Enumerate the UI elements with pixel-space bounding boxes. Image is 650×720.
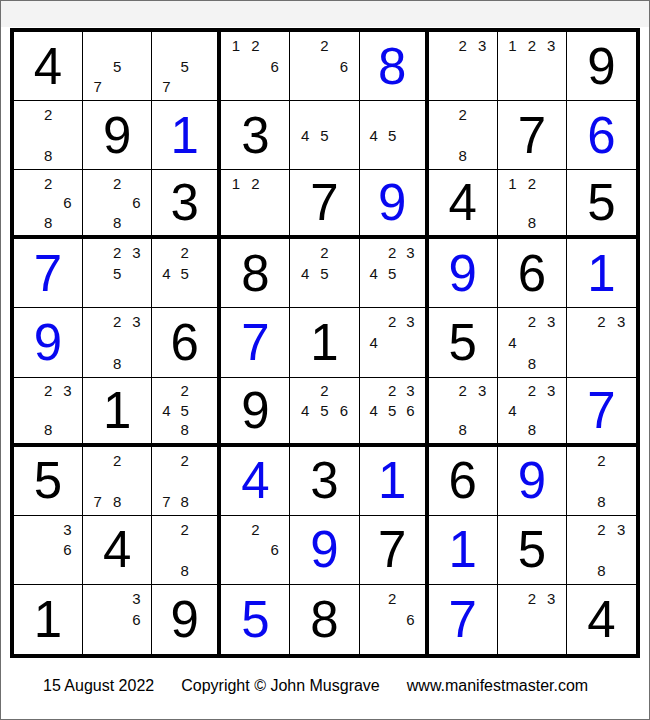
candidate-2: 2 [522,588,541,609]
candidates: 238 [429,378,497,443]
candidate-empty [334,242,353,263]
candidates: 278 [152,447,217,515]
given-digit: 7 [360,516,425,584]
candidate-7: 7 [88,76,107,97]
given-digit: 3 [152,170,217,235]
candidate-empty [157,420,175,440]
candidate-2: 2 [246,519,265,540]
candidate-empty [176,284,194,305]
candidate-empty [194,450,212,471]
candidate-empty [611,491,631,512]
given-digit: 6 [152,308,217,376]
candidate-empty [246,56,265,77]
candidate-empty [38,125,57,146]
candidate-3: 3 [127,311,146,332]
candidate-empty [592,332,612,353]
candidate-5: 5 [383,125,401,146]
candidate-5: 5 [107,263,126,284]
candidate-1: 1 [226,35,245,56]
candidate-1: 1 [503,35,522,56]
candidate-empty [365,588,383,609]
candidate-empty [88,470,107,491]
candidate-2: 2 [383,381,401,401]
candidate-8: 8 [592,560,612,581]
cell-r9c8: 23 [498,585,567,654]
solved-digit: 8 [360,32,425,100]
candidate-5: 5 [176,263,194,284]
candidate-8: 8 [453,420,472,440]
candidate-3: 3 [58,381,77,401]
candidates: 36 [83,585,151,654]
candidate-empty [365,420,383,440]
candidate-empty [88,213,107,233]
candidate-empty [295,381,314,401]
candidate-3: 3 [542,311,561,332]
candidate-empty [19,420,38,440]
candidate-6: 6 [58,539,77,560]
candidate-4: 4 [503,332,522,353]
cell-r4c8: 6 [498,239,567,308]
candidates: 36 [14,516,82,584]
candidate-empty [401,630,419,651]
candidate-empty [472,125,491,146]
cell-r6c6: 23456 [360,378,429,447]
candidate-3: 3 [542,35,561,56]
candidate-empty [295,35,314,56]
given-digit: 4 [429,170,497,235]
candidate-2: 2 [522,311,541,332]
cell-r8c6: 7 [360,516,429,585]
candidate-empty [19,400,38,420]
candidate-3: 3 [127,588,146,609]
candidate-6: 6 [334,56,353,77]
candidate-empty [265,519,284,540]
candidate-3: 3 [127,242,146,263]
candidate-empty [401,588,419,609]
candidate-empty [434,400,453,420]
candidate-empty [19,560,38,581]
cell-r7c8: 9 [498,447,567,516]
candidate-empty [453,125,472,146]
candidate-empty [265,193,284,213]
candidate-3: 3 [611,519,631,540]
candidate-empty [295,104,314,125]
candidate-empty [434,56,453,77]
candidates: 2348 [498,378,566,443]
candidate-empty [19,519,38,540]
candidate-4: 4 [157,400,175,420]
candidate-empty [401,263,419,284]
given-digit: 6 [429,447,497,515]
candidate-empty [434,381,453,401]
candidate-empty [19,125,38,146]
candidate-empty [246,560,265,581]
candidate-3: 3 [542,588,561,609]
candidates: 2345 [360,239,425,307]
solved-digit: 9 [429,239,497,307]
candidate-empty [88,242,107,263]
candidate-empty [365,381,383,401]
candidate-empty [88,35,107,56]
cell-r9c5: 8 [290,585,359,654]
cell-r3c6: 9 [360,170,429,239]
candidate-empty [194,381,212,401]
candidate-2: 2 [246,173,265,193]
candidates: 57 [152,32,217,100]
candidate-empty [127,450,146,471]
given-digit: 1 [83,378,151,443]
candidate-empty [157,284,175,305]
cell-r4c9: 1 [567,239,636,308]
candidate-empty [19,146,38,167]
candidate-6: 6 [334,400,353,420]
candidate-empty [522,332,541,353]
candidate-2: 2 [38,173,57,193]
solved-digit: 9 [498,447,566,515]
cell-r1c7: 23 [429,32,498,101]
solved-digit: 9 [360,170,425,235]
candidates: 238 [83,308,151,376]
candidate-empty [107,76,126,97]
candidate-2: 2 [383,242,401,263]
candidate-empty [542,56,561,77]
candidate-empty [295,420,314,440]
solved-digit: 1 [152,101,217,169]
cell-r9c3: 9 [152,585,221,654]
candidates: 23 [429,32,497,100]
given-digit: 9 [152,585,217,654]
cell-r5c1: 9 [14,308,83,377]
cell-r4c6: 2345 [360,239,429,308]
candidate-2: 2 [315,35,334,56]
given-digit: 7 [498,101,566,169]
candidate-empty [503,311,522,332]
cell-r6c9: 7 [567,378,636,447]
candidate-2: 2 [107,173,126,193]
cell-r3c9: 5 [567,170,636,239]
candidate-empty [58,146,77,167]
candidate-empty [572,450,592,471]
candidate-empty [157,242,175,263]
candidate-empty [226,539,245,560]
cell-r7c2: 278 [83,447,152,516]
candidate-empty [522,630,541,651]
cell-r6c7: 238 [429,378,498,447]
candidates: 26 [290,32,358,100]
candidate-3: 3 [401,381,419,401]
candidate-empty [38,560,57,581]
given-digit: 1 [14,585,82,654]
cell-r8c1: 36 [14,516,83,585]
candidate-empty [334,284,353,305]
candidate-8: 8 [522,420,541,440]
candidate-8: 8 [38,213,57,233]
candidate-empty [157,450,175,471]
candidate-4: 4 [365,263,383,284]
candidate-4: 4 [365,400,383,420]
candidate-empty [334,104,353,125]
candidate-empty [572,332,592,353]
cell-r5c7: 5 [429,308,498,377]
candidate-empty [334,263,353,284]
cell-r5c8: 2348 [498,308,567,377]
candidates: 123 [498,32,566,100]
candidate-2: 2 [176,381,194,401]
candidates: 268 [14,170,82,235]
cell-r9c2: 36 [83,585,152,654]
candidate-empty [107,470,126,491]
cell-r2c3: 1 [152,101,221,170]
candidate-empty [194,470,212,491]
candidate-empty [88,332,107,353]
candidate-empty [226,519,245,540]
cell-r8c9: 238 [567,516,636,585]
candidate-empty [542,420,561,440]
cell-r8c3: 28 [152,516,221,585]
candidate-empty [503,420,522,440]
candidate-empty [226,213,245,233]
page: 4575712626823123928913454528762682683127… [0,0,650,720]
candidate-empty [88,263,107,284]
candidate-empty [157,519,175,540]
candidate-empty [88,284,107,305]
candidate-empty [472,400,491,420]
candidate-empty [401,420,419,440]
candidate-4: 4 [295,400,314,420]
candidate-empty [107,193,126,213]
cell-r7c6: 1 [360,447,429,516]
candidate-empty [572,519,592,540]
candidate-empty [176,76,194,97]
candidate-5: 5 [383,263,401,284]
candidate-8: 8 [176,420,194,440]
candidate-empty [365,284,383,305]
footer-website: www.manifestmaster.com [407,677,588,695]
candidate-2: 2 [592,519,612,540]
cell-r4c2: 235 [83,239,152,308]
given-digit: 5 [14,447,82,515]
cell-r6c5: 2456 [290,378,359,447]
candidate-empty [246,193,265,213]
candidate-empty [19,193,38,213]
cell-r3c3: 3 [152,170,221,239]
candidate-1: 1 [503,173,522,193]
candidate-empty [38,519,57,540]
solved-digit: 4 [221,447,289,515]
candidate-empty [19,381,38,401]
candidate-empty [58,125,77,146]
candidate-empty [472,76,491,97]
candidate-empty [434,420,453,440]
candidate-5: 5 [315,125,334,146]
candidate-empty [572,560,592,581]
cell-r2c6: 45 [360,101,429,170]
candidate-empty [434,76,453,97]
candidate-empty [503,193,522,213]
cell-r9c9: 4 [567,585,636,654]
candidate-empty [295,242,314,263]
candidate-empty [592,539,612,560]
candidates: 45 [360,101,425,169]
candidate-empty [334,420,353,440]
candidate-2: 2 [176,519,194,540]
candidate-empty [315,420,334,440]
candidate-empty [434,125,453,146]
cell-r3c5: 7 [290,170,359,239]
given-digit: 1 [290,308,358,376]
candidate-empty [611,450,631,471]
candidates: 245 [290,239,358,307]
candidate-empty [107,609,126,630]
candidate-empty [246,76,265,97]
given-digit: 8 [221,239,289,307]
candidate-empty [176,470,194,491]
candidate-empty [88,609,107,630]
candidate-empty [157,381,175,401]
cell-r2c2: 9 [83,101,152,170]
candidate-2: 2 [522,173,541,193]
given-digit: 9 [83,101,151,169]
candidate-empty [58,173,77,193]
candidate-2: 2 [107,311,126,332]
candidate-5: 5 [107,56,126,77]
given-digit: 4 [14,32,82,100]
cell-r5c5: 1 [290,308,359,377]
candidate-empty [572,539,592,560]
solved-digit: 7 [429,585,497,654]
candidates: 28 [152,516,217,584]
given-digit: 5 [498,516,566,584]
candidate-empty [542,400,561,420]
candidate-empty [157,539,175,560]
given-digit: 7 [290,170,358,235]
candidate-3: 3 [472,35,491,56]
candidate-empty [611,539,631,560]
candidate-empty [157,56,175,77]
candidate-empty [401,146,419,167]
cell-r1c8: 123 [498,32,567,101]
cell-r5c4: 7 [221,308,290,377]
candidate-2: 2 [522,381,541,401]
cell-r1c4: 126 [221,32,290,101]
candidate-2: 2 [107,242,126,263]
cell-r4c1: 7 [14,239,83,308]
candidate-empty [58,560,77,581]
candidate-empty [38,193,57,213]
candidate-2: 2 [383,588,401,609]
candidate-2: 2 [453,104,472,125]
candidate-empty [127,491,146,512]
candidate-empty [611,560,631,581]
cell-r4c3: 245 [152,239,221,308]
candidate-empty [434,35,453,56]
cell-r2c5: 45 [290,101,359,170]
cell-r2c7: 28 [429,101,498,170]
candidate-empty [226,76,245,97]
cell-r1c5: 26 [290,32,359,101]
candidate-empty [503,381,522,401]
candidate-empty [472,104,491,125]
candidate-empty [401,332,419,353]
cell-r5c2: 238 [83,308,152,377]
cell-r9c7: 7 [429,585,498,654]
candidate-empty [592,470,612,491]
candidate-6: 6 [401,400,419,420]
candidates: 2348 [498,308,566,376]
solved-digit: 6 [567,101,636,169]
cell-r7c1: 5 [14,447,83,516]
cell-r6c8: 2348 [498,378,567,447]
candidate-empty [295,146,314,167]
candidates: 23 [567,308,636,376]
candidate-8: 8 [107,491,126,512]
candidate-empty [334,76,353,97]
candidate-empty [295,56,314,77]
candidate-empty [226,56,245,77]
candidate-empty [453,400,472,420]
candidate-5: 5 [383,400,401,420]
candidate-6: 6 [401,609,419,630]
candidate-empty [265,173,284,193]
candidate-7: 7 [157,76,175,97]
candidate-empty [503,353,522,374]
candidate-2: 2 [315,381,334,401]
candidate-6: 6 [265,539,284,560]
candidate-empty [194,35,212,56]
candidate-5: 5 [176,56,194,77]
candidate-5: 5 [315,400,334,420]
candidate-empty [542,193,561,213]
candidate-empty [127,213,146,233]
candidate-2: 2 [107,450,126,471]
candidates: 57 [83,32,151,100]
candidate-empty [383,353,401,374]
candidate-empty [522,193,541,213]
cell-r2c9: 6 [567,101,636,170]
candidate-8: 8 [107,353,126,374]
candidate-8: 8 [522,353,541,374]
cell-r1c3: 57 [152,32,221,101]
candidate-empty [503,56,522,77]
given-digit: 9 [567,32,636,100]
given-digit: 8 [290,585,358,654]
candidate-empty [176,539,194,560]
candidate-empty [194,242,212,263]
candidate-empty [472,146,491,167]
candidate-3: 3 [542,381,561,401]
candidate-empty [194,263,212,284]
candidates: 23456 [360,378,425,443]
cell-r2c4: 3 [221,101,290,170]
candidate-5: 5 [176,400,194,420]
candidate-empty [88,353,107,374]
candidate-empty [265,213,284,233]
candidates: 128 [498,170,566,235]
candidate-empty [88,173,107,193]
candidate-2: 2 [315,242,334,263]
candidate-empty [401,353,419,374]
cell-r5c3: 6 [152,308,221,377]
candidate-empty [611,470,631,491]
candidate-3: 3 [401,242,419,263]
candidate-empty [58,420,77,440]
candidate-empty [503,213,522,233]
candidate-2: 2 [453,35,472,56]
footer: 15 August 2022 Copyright © John Musgrave… [43,677,588,695]
cell-r7c7: 6 [429,447,498,516]
cell-r4c7: 9 [429,239,498,308]
candidate-empty [522,609,541,630]
